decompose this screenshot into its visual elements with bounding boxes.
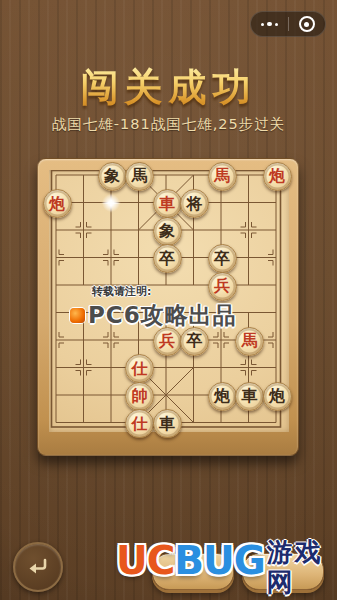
red-rook[interactable]: 車 — [153, 189, 182, 218]
board-surface[interactable]: 象馬馬炮炮車将象卒卒兵兵卒馬仕帥炮車炮仕車 — [49, 170, 289, 432]
red-advisor[interactable]: 仕 — [125, 409, 154, 438]
red-horse[interactable]: 馬 — [235, 327, 264, 356]
red-soldier[interactable]: 兵 — [153, 327, 182, 356]
wechat-capsule — [250, 11, 326, 37]
black-soldier[interactable]: 卒 — [208, 244, 237, 273]
red-soldier[interactable]: 兵 — [208, 272, 237, 301]
black-elephant[interactable]: 象 — [153, 217, 182, 246]
level-subtitle: 战国七雄-181战国七雄,25步过关 — [0, 115, 337, 134]
red-cannon[interactable]: 炮 — [43, 189, 72, 218]
black-soldier[interactable]: 卒 — [153, 244, 182, 273]
black-rook[interactable]: 車 — [235, 382, 264, 411]
level-success-title: 闯关成功 — [0, 62, 337, 113]
return-arrow-icon — [25, 554, 51, 580]
back-button[interactable] — [13, 542, 63, 592]
dot-icon — [267, 22, 272, 27]
black-cannon[interactable]: 炮 — [208, 382, 237, 411]
red-advisor[interactable]: 仕 — [125, 354, 154, 383]
more-options-button[interactable] — [251, 12, 288, 36]
black-horse[interactable]: 馬 — [125, 162, 154, 191]
last-move-sparkle-icon — [101, 193, 121, 213]
xiangqi-board: 象馬馬炮炮車将象卒卒兵兵卒馬仕帥炮車炮仕車 — [37, 158, 299, 456]
exit-miniprogram-button[interactable] — [289, 12, 326, 36]
dot-icon — [261, 23, 264, 26]
footer-button-left[interactable] — [152, 553, 234, 590]
dot-icon — [275, 23, 278, 26]
footer-button-right[interactable] — [242, 553, 324, 590]
app-screen: 闯关成功 战国七雄-181战国七雄,25步过关 象馬馬炮炮車将象卒卒兵兵卒馬仕帥… — [0, 0, 337, 600]
red-horse[interactable]: 馬 — [208, 162, 237, 191]
black-rook[interactable]: 車 — [153, 409, 182, 438]
black-elephant[interactable]: 象 — [98, 162, 127, 191]
black-soldier[interactable]: 卒 — [180, 327, 209, 356]
black-cannon[interactable]: 炮 — [263, 382, 292, 411]
black-general[interactable]: 将 — [180, 189, 209, 218]
red-king[interactable]: 帥 — [125, 382, 154, 411]
target-circle-icon — [299, 16, 315, 32]
pieces-layer: 象馬馬炮炮車将象卒卒兵兵卒馬仕帥炮車炮仕車 — [49, 170, 289, 432]
red-cannon[interactable]: 炮 — [263, 162, 292, 191]
